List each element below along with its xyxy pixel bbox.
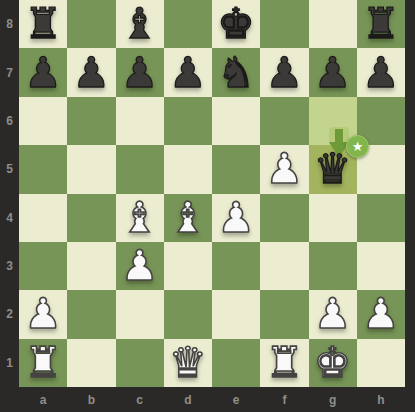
square-f3[interactable] — [260, 242, 308, 290]
file-label-d: d — [164, 387, 212, 412]
square-a5[interactable] — [19, 145, 67, 193]
square-f5[interactable]: ♟ — [260, 145, 308, 193]
square-d4[interactable]: ♝ — [164, 194, 212, 242]
square-e4[interactable]: ♟ — [212, 194, 260, 242]
rank-label-4: 4 — [0, 194, 19, 242]
square-a8[interactable]: ♜ — [19, 0, 67, 48]
black-rook[interactable]: ♜ — [24, 3, 62, 45]
square-f8[interactable] — [260, 0, 308, 48]
rank-label-2: 2 — [0, 290, 19, 338]
square-f6[interactable] — [260, 97, 308, 145]
square-b7[interactable]: ♟ — [67, 48, 115, 96]
square-h2[interactable]: ♟ — [357, 290, 405, 338]
square-h4[interactable] — [357, 194, 405, 242]
square-c6[interactable] — [116, 97, 164, 145]
file-coordinates: abcdefgh — [19, 387, 405, 412]
black-pawn[interactable]: ♟ — [169, 52, 207, 94]
white-pawn[interactable]: ♟ — [121, 245, 159, 287]
rank-label-7: 7 — [0, 48, 19, 96]
file-label-a: a — [19, 387, 67, 412]
rank-label-1: 1 — [0, 339, 19, 387]
white-bishop[interactable]: ♝ — [121, 197, 159, 239]
square-d6[interactable] — [164, 97, 212, 145]
black-pawn[interactable]: ♟ — [73, 52, 111, 94]
square-c4[interactable]: ♝ — [116, 194, 164, 242]
square-b6[interactable] — [67, 97, 115, 145]
file-label-g: g — [309, 387, 357, 412]
black-queen[interactable]: ♛ — [314, 148, 352, 190]
square-g2[interactable]: ♟ — [309, 290, 357, 338]
rank-label-8: 8 — [0, 0, 19, 48]
file-label-e: e — [212, 387, 260, 412]
square-f2[interactable] — [260, 290, 308, 338]
square-e3[interactable] — [212, 242, 260, 290]
square-h7[interactable]: ♟ — [357, 48, 405, 96]
white-bishop[interactable]: ♝ — [169, 197, 207, 239]
square-a1[interactable]: ♜ — [19, 339, 67, 387]
white-king[interactable]: ♚ — [314, 342, 352, 384]
square-b4[interactable] — [67, 194, 115, 242]
square-c7[interactable]: ♟ — [116, 48, 164, 96]
file-label-b: b — [67, 387, 115, 412]
square-c3[interactable]: ♟ — [116, 242, 164, 290]
black-bishop[interactable]: ♝ — [121, 3, 159, 45]
square-d3[interactable] — [164, 242, 212, 290]
square-c5[interactable] — [116, 145, 164, 193]
square-d5[interactable] — [164, 145, 212, 193]
rank-label-6: 6 — [0, 97, 19, 145]
square-g7[interactable]: ♟ — [309, 48, 357, 96]
square-a3[interactable] — [19, 242, 67, 290]
square-b1[interactable] — [67, 339, 115, 387]
square-a6[interactable] — [19, 97, 67, 145]
square-d7[interactable]: ♟ — [164, 48, 212, 96]
square-d1[interactable]: ♛ — [164, 339, 212, 387]
square-d2[interactable] — [164, 290, 212, 338]
black-pawn[interactable]: ♟ — [24, 52, 62, 94]
black-rook[interactable]: ♜ — [362, 3, 400, 45]
star-icon: ★ — [352, 140, 364, 153]
square-h3[interactable] — [357, 242, 405, 290]
square-c8[interactable]: ♝ — [116, 0, 164, 48]
square-e2[interactable] — [212, 290, 260, 338]
square-b8[interactable] — [67, 0, 115, 48]
rank-coordinates: 87654321 — [0, 0, 19, 387]
black-pawn[interactable]: ♟ — [121, 52, 159, 94]
square-c1[interactable] — [116, 339, 164, 387]
file-label-h: h — [357, 387, 405, 412]
rank-label-3: 3 — [0, 242, 19, 290]
file-label-c: c — [116, 387, 164, 412]
square-b2[interactable] — [67, 290, 115, 338]
white-pawn[interactable]: ♟ — [217, 197, 255, 239]
square-b3[interactable] — [67, 242, 115, 290]
white-pawn[interactable]: ♟ — [24, 293, 62, 335]
square-h8[interactable]: ♜ — [357, 0, 405, 48]
square-g4[interactable] — [309, 194, 357, 242]
square-e6[interactable] — [212, 97, 260, 145]
white-pawn[interactable]: ♟ — [266, 148, 304, 190]
black-king[interactable]: ♚ — [217, 3, 255, 45]
chess-app-stage: 87654321 ★ ♜♝♚♜♟♟♟♟♞♟♟♟♟♛♝♝♟♟♟♟♟♜♛♜♚ abc… — [0, 0, 415, 412]
square-f4[interactable] — [260, 194, 308, 242]
square-a4[interactable] — [19, 194, 67, 242]
rank-label-5: 5 — [0, 145, 19, 193]
square-e5[interactable] — [212, 145, 260, 193]
black-knight[interactable]: ♞ — [217, 52, 255, 94]
square-g1[interactable]: ♚ — [309, 339, 357, 387]
white-rook[interactable]: ♜ — [24, 342, 62, 384]
white-pawn[interactable]: ♟ — [362, 293, 400, 335]
square-e8[interactable]: ♚ — [212, 0, 260, 48]
square-g3[interactable] — [309, 242, 357, 290]
chess-board: ★ ♜♝♚♜♟♟♟♟♞♟♟♟♟♛♝♝♟♟♟♟♟♜♛♜♚ — [19, 0, 405, 387]
white-pawn[interactable]: ♟ — [314, 293, 352, 335]
square-f1[interactable]: ♜ — [260, 339, 308, 387]
square-h1[interactable] — [357, 339, 405, 387]
square-c2[interactable] — [116, 290, 164, 338]
best-move-star-badge: ★ — [346, 135, 369, 158]
black-pawn[interactable]: ♟ — [362, 52, 400, 94]
square-a7[interactable]: ♟ — [19, 48, 67, 96]
white-queen[interactable]: ♛ — [169, 342, 207, 384]
white-rook[interactable]: ♜ — [266, 342, 304, 384]
square-a2[interactable]: ♟ — [19, 290, 67, 338]
square-b5[interactable] — [67, 145, 115, 193]
file-label-f: f — [260, 387, 308, 412]
square-g8[interactable] — [309, 0, 357, 48]
black-pawn[interactable]: ♟ — [314, 52, 352, 94]
square-f7[interactable]: ♟ — [260, 48, 308, 96]
square-e1[interactable] — [212, 339, 260, 387]
black-pawn[interactable]: ♟ — [266, 52, 304, 94]
square-d8[interactable] — [164, 0, 212, 48]
square-e7[interactable]: ♞ — [212, 48, 260, 96]
